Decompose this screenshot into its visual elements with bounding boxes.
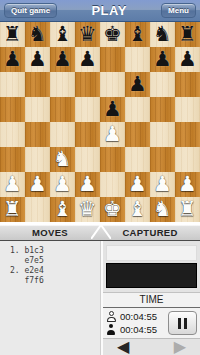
captured-white-tray — [106, 245, 197, 261]
square-g8[interactable]: ♞ — [150, 22, 175, 47]
move-line: 2. e2e4 — [10, 266, 100, 276]
square-a1[interactable]: ♜ — [0, 197, 25, 222]
square-e1[interactable]: ♚ — [100, 197, 125, 222]
square-c4[interactable] — [50, 122, 75, 147]
piece-black-pawn: ♟ — [3, 47, 22, 72]
piece-black-knight: ♞ — [153, 22, 172, 47]
time-panel: TIME 00:04:55 00:04:55 — [103, 292, 200, 339]
square-c6[interactable] — [50, 72, 75, 97]
square-f1[interactable]: ♝ — [125, 197, 150, 222]
piece-white-pawn: ♟ — [28, 172, 47, 197]
square-d2[interactable]: ♟ — [75, 172, 100, 197]
pause-icon — [178, 318, 187, 329]
clocks: 00:04:55 00:04:55 — [106, 310, 168, 336]
square-b2[interactable]: ♟ — [25, 172, 50, 197]
square-d3[interactable] — [75, 147, 100, 172]
tab-captured[interactable]: CAPTURED — [100, 222, 200, 240]
square-e4[interactable]: ♟ — [100, 122, 125, 147]
square-f7[interactable] — [125, 47, 150, 72]
square-g5[interactable] — [150, 97, 175, 122]
square-h3[interactable] — [175, 147, 200, 172]
piece-white-pawn: ♟ — [178, 172, 197, 197]
square-e7[interactable] — [100, 47, 125, 72]
square-h1[interactable]: ♜ — [175, 197, 200, 222]
square-c2[interactable]: ♟ — [50, 172, 75, 197]
square-d1[interactable]: ♛ — [75, 197, 100, 222]
square-b5[interactable] — [25, 97, 50, 122]
square-g6[interactable] — [150, 72, 175, 97]
square-d6[interactable] — [75, 72, 100, 97]
clock-area: 00:04:55 00:04:55 — [103, 308, 200, 338]
square-h6[interactable] — [175, 72, 200, 97]
back-button[interactable]: ◀ — [117, 339, 129, 355]
square-h5[interactable] — [175, 97, 200, 122]
square-g7[interactable]: ♟ — [150, 47, 175, 72]
piece-black-pawn: ♟ — [178, 47, 197, 72]
square-h8[interactable]: ♜ — [175, 22, 200, 47]
square-h4[interactable] — [175, 122, 200, 147]
square-a6[interactable] — [0, 72, 25, 97]
square-c5[interactable] — [50, 97, 75, 122]
lower-content: 1. b1c3 e7e5 2. e2e4 f7f6 TIME 00:04:55 — [0, 241, 200, 355]
piece-white-pawn: ♟ — [53, 172, 72, 197]
square-d8[interactable]: ♛ — [75, 22, 100, 47]
black-clock-time: 00:04:55 — [120, 324, 157, 335]
square-g3[interactable] — [150, 147, 175, 172]
section-tabs: MOVES CAPTURED — [0, 222, 200, 241]
square-e5[interactable]: ♟ — [100, 97, 125, 122]
square-h2[interactable]: ♟ — [175, 172, 200, 197]
white-clock-row: 00:04:55 — [106, 310, 168, 323]
navigation-bar: Quit game PLAY Menu — [0, 0, 200, 22]
piece-white-pawn: ♟ — [78, 172, 97, 197]
piece-white-pawn: ♟ — [153, 172, 172, 197]
piece-white-queen: ♛ — [78, 197, 97, 222]
square-d4[interactable] — [75, 122, 100, 147]
square-a5[interactable] — [0, 97, 25, 122]
square-b3[interactable] — [25, 147, 50, 172]
piece-black-pawn: ♟ — [153, 47, 172, 72]
forward-button[interactable]: ▶ — [174, 339, 186, 355]
piece-white-knight: ♞ — [53, 147, 72, 172]
square-e6[interactable] — [100, 72, 125, 97]
piece-white-pawn: ♟ — [103, 122, 122, 147]
square-g2[interactable]: ♟ — [150, 172, 175, 197]
square-d5[interactable] — [75, 97, 100, 122]
white-clock-time: 00:04:55 — [120, 311, 157, 322]
quit-game-button[interactable]: Quit game — [4, 3, 57, 18]
piece-black-bishop: ♝ — [128, 22, 147, 47]
piece-black-pawn: ♟ — [28, 47, 47, 72]
page-title: PLAY — [91, 3, 126, 18]
square-a3[interactable] — [0, 147, 25, 172]
square-a8[interactable]: ♜ — [0, 22, 25, 47]
tab-moves[interactable]: MOVES — [0, 222, 100, 240]
square-a4[interactable] — [0, 122, 25, 147]
square-a2[interactable]: ♟ — [0, 172, 25, 197]
time-header: TIME — [103, 293, 200, 308]
square-e2[interactable] — [100, 172, 125, 197]
square-c7[interactable]: ♟ — [50, 47, 75, 72]
square-d7[interactable]: ♟ — [75, 47, 100, 72]
piece-white-pawn: ♟ — [3, 172, 22, 197]
square-b6[interactable] — [25, 72, 50, 97]
square-f6[interactable]: ♟ — [125, 72, 150, 97]
move-line: f7f6 — [10, 276, 100, 286]
piece-white-pawn: ♟ — [128, 172, 147, 197]
square-g1[interactable]: ♞ — [150, 197, 175, 222]
piece-white-bishop: ♝ — [53, 197, 72, 222]
piece-black-pawn: ♟ — [78, 47, 97, 72]
piece-black-knight: ♞ — [28, 22, 47, 47]
piece-white-king: ♚ — [103, 197, 122, 222]
square-h7[interactable]: ♟ — [175, 47, 200, 72]
square-e3[interactable] — [100, 147, 125, 172]
square-a7[interactable]: ♟ — [0, 47, 25, 72]
chess-app: Quit game PLAY Menu ♜♞♝♛♚♝♞♜♟♟♟♟♟♟♟♟♟♞♟♟… — [0, 0, 200, 355]
square-c1[interactable]: ♝ — [50, 197, 75, 222]
square-f5[interactable] — [125, 97, 150, 122]
piece-white-bishop: ♝ — [128, 197, 147, 222]
square-f2[interactable]: ♟ — [125, 172, 150, 197]
square-c8[interactable]: ♝ — [50, 22, 75, 47]
black-player-icon — [106, 324, 117, 335]
piece-black-pawn: ♟ — [128, 72, 147, 97]
square-f3[interactable] — [125, 147, 150, 172]
square-g4[interactable] — [150, 122, 175, 147]
piece-black-queen: ♛ — [78, 22, 97, 47]
piece-black-rook: ♜ — [3, 22, 22, 47]
moves-list[interactable]: 1. b1c3 e7e5 2. e2e4 f7f6 — [0, 241, 101, 355]
square-b1[interactable] — [25, 197, 50, 222]
piece-black-pawn: ♟ — [103, 97, 122, 122]
square-c3[interactable]: ♞ — [50, 147, 75, 172]
piece-black-pawn: ♟ — [53, 47, 72, 72]
square-b4[interactable] — [25, 122, 50, 147]
captured-black-tray — [106, 263, 197, 288]
piece-black-rook: ♜ — [178, 22, 197, 47]
black-clock-row: 00:04:55 — [106, 323, 168, 336]
piece-black-king: ♚ — [103, 22, 122, 47]
square-f8[interactable]: ♝ — [125, 22, 150, 47]
white-player-icon — [106, 311, 117, 322]
piece-white-rook: ♜ — [178, 197, 197, 222]
square-f4[interactable] — [125, 122, 150, 147]
square-b8[interactable]: ♞ — [25, 22, 50, 47]
chess-board: ♜♞♝♛♚♝♞♜♟♟♟♟♟♟♟♟♟♞♟♟♟♟♟♟♟♜♝♛♚♝♞♜ — [0, 22, 200, 222]
menu-button[interactable]: Menu — [161, 3, 196, 18]
piece-black-bishop: ♝ — [53, 22, 72, 47]
move-line: 1. b1c3 — [10, 246, 100, 256]
piece-white-knight: ♞ — [153, 197, 172, 222]
right-panel: TIME 00:04:55 00:04:55 — [101, 241, 200, 355]
move-line: e7e5 — [10, 256, 100, 266]
piece-white-rook: ♜ — [3, 197, 22, 222]
move-navigation: ◀ ▶ — [103, 339, 200, 355]
square-e8[interactable]: ♚ — [100, 22, 125, 47]
square-b7[interactable]: ♟ — [25, 47, 50, 72]
pause-button[interactable] — [168, 311, 197, 335]
